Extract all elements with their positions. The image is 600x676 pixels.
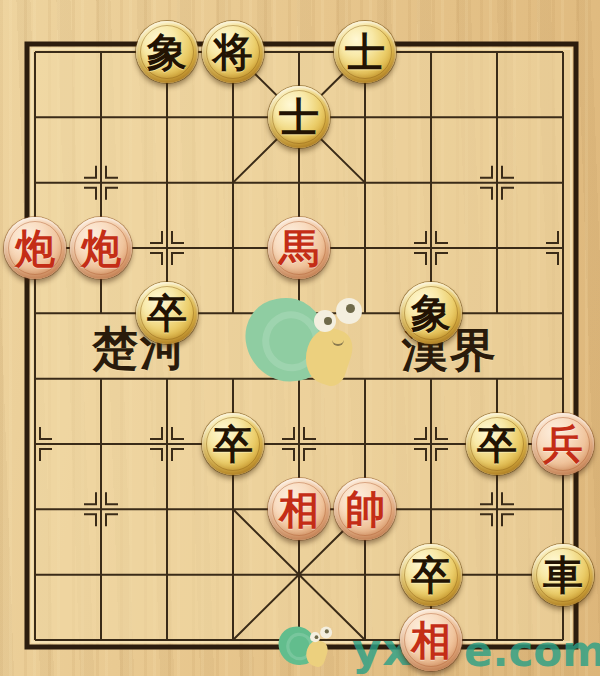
watermark-snail-logo: [276, 622, 336, 670]
piece-red-horse[interactable]: 馬: [268, 217, 330, 279]
piece-black-elephant[interactable]: 象: [136, 21, 198, 83]
piece-black-soldier[interactable]: 卒: [136, 282, 198, 344]
piece-black-soldier[interactable]: 卒: [466, 413, 528, 475]
piece-glyph: 卒: [411, 555, 451, 595]
piece-black-advisor[interactable]: 士: [334, 21, 396, 83]
snail-pupil: [315, 635, 319, 639]
piece-red-cannon[interactable]: 炮: [70, 217, 132, 279]
piece-glyph: 士: [279, 97, 319, 137]
piece-glyph: 相: [411, 620, 451, 660]
piece-glyph: 帥: [345, 489, 385, 529]
piece-glyph: 車: [543, 555, 583, 595]
piece-black-advisor[interactable]: 士: [268, 86, 330, 148]
piece-black-soldier[interactable]: 卒: [202, 413, 264, 475]
piece-black-elephant[interactable]: 象: [400, 282, 462, 344]
snail-pupil: [346, 304, 355, 313]
piece-glyph: 炮: [15, 228, 55, 268]
piece-black-general[interactable]: 将: [202, 21, 264, 83]
piece-red-general[interactable]: 帥: [334, 478, 396, 540]
piece-glyph: 卒: [147, 293, 187, 333]
piece-red-soldier[interactable]: 兵: [532, 413, 594, 475]
piece-red-elephant[interactable]: 相: [268, 478, 330, 540]
piece-glyph: 相: [279, 489, 319, 529]
xiangqi-app: 楚河 漢界 yx e.com 象将士士炮炮馬卒象卒卒兵相帥卒車相: [0, 0, 600, 676]
piece-glyph: 兵: [543, 424, 583, 464]
piece-red-elephant[interactable]: 相: [400, 609, 462, 671]
snail-pupil: [324, 317, 332, 325]
snail-mouth: [332, 334, 344, 346]
piece-glyph: 士: [345, 32, 385, 72]
watermark-text-suffix: e.com: [464, 631, 600, 673]
piece-glyph: 象: [411, 293, 451, 333]
piece-black-chariot[interactable]: 車: [532, 544, 594, 606]
piece-red-cannon[interactable]: 炮: [4, 217, 66, 279]
piece-glyph: 卒: [213, 424, 253, 464]
snail-pupil: [325, 629, 329, 633]
piece-black-soldier[interactable]: 卒: [400, 544, 462, 606]
snail-mascot: [240, 288, 370, 393]
piece-glyph: 馬: [279, 228, 319, 268]
piece-glyph: 炮: [81, 228, 121, 268]
piece-glyph: 将: [213, 32, 253, 72]
piece-glyph: 象: [147, 32, 187, 72]
piece-glyph: 卒: [477, 424, 517, 464]
